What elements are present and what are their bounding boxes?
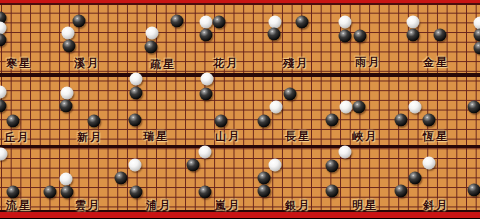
opening-label-銀月: 銀月 [285, 199, 311, 211]
opening-label-明星: 明星 [352, 199, 378, 211]
stone-black [62, 39, 75, 52]
stone-black [6, 185, 19, 198]
stone-black [186, 159, 199, 172]
stone-black [352, 100, 365, 113]
stone-white [200, 72, 213, 85]
stone-black [87, 114, 100, 127]
stone-white [409, 100, 422, 113]
stone-white [60, 172, 73, 185]
stone-black [468, 184, 480, 197]
opening-label-恆星: 恆星 [423, 130, 449, 142]
stone-black [257, 171, 270, 184]
opening-label-長星: 長星 [285, 130, 311, 142]
stone-black [474, 29, 480, 42]
board-frame-bottom-red [0, 212, 480, 219]
stone-black [129, 87, 142, 100]
stone-black [215, 114, 228, 127]
board-frame-top-line [0, 3, 480, 5]
opening-label-疏星: 疏星 [150, 58, 176, 70]
stone-black [257, 184, 270, 197]
stone-black [267, 27, 280, 40]
stone-white [129, 158, 142, 171]
opening-label-溪月: 溪月 [74, 57, 100, 69]
stone-black [474, 41, 480, 54]
opening-label-雨月: 雨月 [355, 56, 381, 68]
stone-black [325, 184, 338, 197]
stone-black [422, 113, 435, 126]
stone-black [394, 184, 407, 197]
stone-white [60, 86, 73, 99]
stone-white [407, 15, 420, 28]
stone-white [339, 16, 352, 29]
stone-black [434, 28, 447, 41]
stone-black [353, 29, 366, 42]
stone-black [0, 33, 7, 46]
stone-black [43, 185, 56, 198]
opening-label-新月: 新月 [77, 131, 103, 143]
stone-black [130, 185, 143, 198]
stone-black [212, 15, 225, 28]
stone-black [339, 29, 352, 42]
stone-white [339, 145, 352, 158]
stone-black [115, 171, 128, 184]
stone-white [270, 100, 283, 113]
opening-label-雲月: 雲月 [75, 199, 101, 211]
stone-black [283, 88, 296, 101]
stone-white [145, 27, 158, 40]
stone-black [325, 160, 338, 173]
stone-white [62, 26, 75, 39]
opening-label-峽月: 峽月 [352, 130, 378, 142]
stone-white [129, 72, 142, 85]
opening-label-瑞星: 瑞星 [143, 130, 169, 142]
opening-label-花月: 花月 [213, 57, 239, 69]
stone-white [268, 15, 281, 28]
stone-white [422, 156, 435, 169]
opening-label-金星: 金星 [423, 56, 449, 68]
stone-black [325, 113, 338, 126]
stone-black [406, 28, 419, 41]
stone-black [7, 115, 20, 128]
opening-label-嵐月: 嵐月 [215, 199, 241, 211]
stone-black [129, 113, 142, 126]
stone-black [200, 28, 213, 41]
stone-black [295, 15, 308, 28]
opening-label-丘月: 丘月 [4, 131, 30, 143]
stone-black [199, 185, 212, 198]
row-separator-1 [0, 73, 480, 77]
stone-black [171, 14, 184, 27]
stone-white [474, 16, 480, 29]
stone-black [59, 100, 72, 113]
stone-white [340, 100, 353, 113]
opening-label-殘月: 殘月 [283, 57, 309, 69]
stone-white [0, 148, 8, 161]
opening-label-浦月: 浦月 [146, 199, 172, 211]
stone-white [269, 158, 282, 171]
stone-black [395, 113, 408, 126]
stone-black [144, 40, 157, 53]
stone-white [199, 145, 212, 158]
stone-black [0, 99, 7, 112]
stone-black [468, 101, 480, 114]
opening-label-斜月: 斜月 [423, 199, 449, 211]
stone-black [73, 14, 86, 27]
stone-white [0, 86, 7, 99]
renju-board: 寒星溪月疏星花月殘月雨月金星丘月新月瑞星山月長星峽月恆星流星雲月浦月嵐月銀月明星… [0, 0, 480, 218]
stone-black [257, 114, 270, 127]
stone-black [199, 87, 212, 100]
opening-label-流星: 流星 [6, 199, 32, 211]
stone-black [408, 171, 421, 184]
row-separator-2 [0, 145, 480, 149]
stone-black [60, 185, 73, 198]
opening-label-寒星: 寒星 [6, 57, 32, 69]
opening-label-山月: 山月 [215, 130, 241, 142]
stone-white [200, 15, 213, 28]
